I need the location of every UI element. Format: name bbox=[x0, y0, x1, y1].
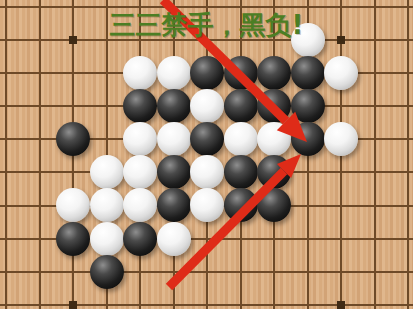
intersection-c12-r3[interactable] bbox=[391, 90, 413, 123]
intersection-c4-r8[interactable] bbox=[123, 255, 157, 288]
intersection-c6-r5[interactable] bbox=[190, 156, 224, 189]
intersection-c7-r9[interactable] bbox=[224, 288, 258, 309]
intersection-c4-r9[interactable] bbox=[123, 288, 157, 309]
black-stone bbox=[224, 89, 258, 123]
intersection-c0-r6[interactable] bbox=[0, 189, 23, 222]
white-stone bbox=[190, 155, 224, 189]
intersection-c12-r5[interactable] bbox=[391, 156, 413, 189]
intersection-c8-r8[interactable] bbox=[257, 255, 291, 288]
white-stone bbox=[123, 188, 157, 222]
intersection-c0-r2[interactable] bbox=[0, 57, 23, 90]
intersection-c10-r1[interactable] bbox=[324, 23, 358, 56]
intersection-c1-r3[interactable] bbox=[23, 90, 57, 123]
intersection-c5-r3[interactable] bbox=[157, 90, 191, 123]
white-stone bbox=[324, 122, 358, 156]
intersection-c5-r7[interactable] bbox=[157, 222, 191, 255]
intersection-c7-r8[interactable] bbox=[224, 255, 258, 288]
intersection-c4-r5[interactable] bbox=[123, 156, 157, 189]
intersection-c10-r9[interactable] bbox=[324, 288, 358, 309]
intersection-c7-r2[interactable] bbox=[224, 57, 258, 90]
forbidden-move-stone bbox=[291, 122, 325, 156]
intersection-c3-r7[interactable] bbox=[90, 222, 124, 255]
intersection-c2-r7[interactable] bbox=[56, 222, 90, 255]
white-stone bbox=[324, 56, 358, 90]
black-stone bbox=[123, 222, 157, 256]
intersection-c2-r0[interactable] bbox=[56, 0, 90, 23]
white-stone bbox=[157, 222, 191, 256]
intersection-c5-r9[interactable] bbox=[157, 288, 191, 309]
intersection-c10-r7[interactable] bbox=[324, 222, 358, 255]
black-stone bbox=[291, 56, 325, 90]
black-stone bbox=[56, 222, 90, 256]
intersection-c0-r0[interactable] bbox=[0, 0, 23, 23]
white-stone bbox=[90, 222, 124, 256]
intersection-c5-r2[interactable] bbox=[157, 57, 191, 90]
intersection-c11-r6[interactable] bbox=[358, 189, 392, 222]
intersection-c10-r5[interactable] bbox=[324, 156, 358, 189]
intersection-c11-r5[interactable] bbox=[358, 156, 392, 189]
intersection-c8-r6[interactable] bbox=[257, 189, 291, 222]
intersection-c3-r3[interactable] bbox=[90, 90, 124, 123]
intersection-c7-r6[interactable] bbox=[224, 189, 258, 222]
intersection-c4-r7[interactable] bbox=[123, 222, 157, 255]
intersection-c0-r7[interactable] bbox=[0, 222, 23, 255]
black-stone bbox=[56, 122, 90, 156]
intersection-c2-r8[interactable] bbox=[56, 255, 90, 288]
intersection-c3-r6[interactable] bbox=[90, 189, 124, 222]
black-stone bbox=[291, 89, 325, 123]
black-stone bbox=[224, 188, 258, 222]
black-stone bbox=[224, 155, 258, 189]
intersection-c0-r4[interactable] bbox=[0, 123, 23, 156]
intersection-c10-r3[interactable] bbox=[324, 90, 358, 123]
intersection-c6-r4[interactable] bbox=[190, 123, 224, 156]
intersection-c11-r9[interactable] bbox=[358, 288, 392, 309]
intersection-c1-r8[interactable] bbox=[23, 255, 57, 288]
black-stone bbox=[257, 89, 291, 123]
intersection-c9-r6[interactable] bbox=[291, 189, 325, 222]
intersection-c5-r6[interactable] bbox=[157, 189, 191, 222]
intersection-c3-r8[interactable] bbox=[90, 255, 124, 288]
intersection-c12-r2[interactable] bbox=[391, 57, 413, 90]
white-stone bbox=[123, 155, 157, 189]
intersection-c6-r7[interactable] bbox=[190, 222, 224, 255]
intersection-c2-r1[interactable] bbox=[56, 23, 90, 56]
intersection-c2-r4[interactable] bbox=[56, 123, 90, 156]
intersection-c0-r5[interactable] bbox=[0, 156, 23, 189]
intersection-c11-r8[interactable] bbox=[358, 255, 392, 288]
intersection-c11-r4[interactable] bbox=[358, 123, 392, 156]
intersection-c4-r6[interactable] bbox=[123, 189, 157, 222]
black-stone bbox=[224, 56, 258, 90]
intersection-c10-r2[interactable] bbox=[324, 57, 358, 90]
gomoku-board: 三三禁手，黑负! bbox=[0, 0, 413, 309]
intersection-c12-r6[interactable] bbox=[391, 189, 413, 222]
intersection-c6-r6[interactable] bbox=[190, 189, 224, 222]
intersection-c0-r9[interactable] bbox=[0, 288, 23, 309]
intersection-c2-r6[interactable] bbox=[56, 189, 90, 222]
intersection-c8-r3[interactable] bbox=[257, 90, 291, 123]
intersection-c1-r6[interactable] bbox=[23, 189, 57, 222]
intersection-c9-r2[interactable] bbox=[291, 57, 325, 90]
intersection-c12-r8[interactable] bbox=[391, 255, 413, 288]
intersection-c11-r0[interactable] bbox=[358, 0, 392, 23]
intersection-c11-r1[interactable] bbox=[358, 23, 392, 56]
caption-text: 三三禁手，黑负! bbox=[110, 8, 304, 43]
intersection-c3-r2[interactable] bbox=[90, 57, 124, 90]
intersection-c4-r3[interactable] bbox=[123, 90, 157, 123]
white-stone bbox=[257, 122, 291, 156]
black-stone bbox=[190, 56, 224, 90]
intersection-c5-r5[interactable] bbox=[157, 156, 191, 189]
white-stone bbox=[224, 122, 258, 156]
intersection-c5-r4[interactable] bbox=[157, 123, 191, 156]
intersection-c1-r5[interactable] bbox=[23, 156, 57, 189]
intersection-c4-r2[interactable] bbox=[123, 57, 157, 90]
white-stone bbox=[123, 122, 157, 156]
intersection-c9-r9[interactable] bbox=[291, 288, 325, 309]
intersection-c2-r5[interactable] bbox=[56, 156, 90, 189]
intersection-c9-r4[interactable] bbox=[291, 123, 325, 156]
white-stone bbox=[90, 155, 124, 189]
intersection-c4-r4[interactable] bbox=[123, 123, 157, 156]
white-stone bbox=[190, 188, 224, 222]
board-intersections bbox=[0, 0, 413, 309]
intersection-c8-r2[interactable] bbox=[257, 57, 291, 90]
intersection-c1-r9[interactable] bbox=[23, 288, 57, 309]
white-stone bbox=[157, 56, 191, 90]
intersection-c9-r5[interactable] bbox=[291, 156, 325, 189]
intersection-c12-r7[interactable] bbox=[391, 222, 413, 255]
white-stone bbox=[123, 56, 157, 90]
intersection-c7-r4[interactable] bbox=[224, 123, 258, 156]
intersection-c7-r7[interactable] bbox=[224, 222, 258, 255]
intersection-c3-r4[interactable] bbox=[90, 123, 124, 156]
intersection-c12-r1[interactable] bbox=[391, 23, 413, 56]
intersection-c10-r4[interactable] bbox=[324, 123, 358, 156]
intersection-c6-r9[interactable] bbox=[190, 288, 224, 309]
intersection-c11-r7[interactable] bbox=[358, 222, 392, 255]
intersection-c6-r3[interactable] bbox=[190, 90, 224, 123]
black-stone bbox=[157, 155, 191, 189]
intersection-c12-r9[interactable] bbox=[391, 288, 413, 309]
intersection-c1-r7[interactable] bbox=[23, 222, 57, 255]
intersection-c7-r3[interactable] bbox=[224, 90, 258, 123]
black-stone bbox=[123, 89, 157, 123]
intersection-c2-r2[interactable] bbox=[56, 57, 90, 90]
intersection-c2-r9[interactable] bbox=[56, 288, 90, 309]
intersection-c0-r1[interactable] bbox=[0, 23, 23, 56]
intersection-c12-r4[interactable] bbox=[391, 123, 413, 156]
intersection-c3-r5[interactable] bbox=[90, 156, 124, 189]
intersection-c8-r4[interactable] bbox=[257, 123, 291, 156]
intersection-c1-r4[interactable] bbox=[23, 123, 57, 156]
black-stone bbox=[157, 188, 191, 222]
intersection-c0-r8[interactable] bbox=[0, 255, 23, 288]
intersection-c9-r8[interactable] bbox=[291, 255, 325, 288]
intersection-c10-r0[interactable] bbox=[324, 0, 358, 23]
black-stone bbox=[90, 255, 124, 289]
intersection-c1-r2[interactable] bbox=[23, 57, 57, 90]
white-stone bbox=[90, 188, 124, 222]
intersection-c9-r7[interactable] bbox=[291, 222, 325, 255]
intersection-c6-r2[interactable] bbox=[190, 57, 224, 90]
intersection-c9-r3[interactable] bbox=[291, 90, 325, 123]
intersection-c2-r3[interactable] bbox=[56, 90, 90, 123]
intersection-c5-r8[interactable] bbox=[157, 255, 191, 288]
white-stone bbox=[190, 89, 224, 123]
intersection-c0-r3[interactable] bbox=[0, 90, 23, 123]
intersection-c8-r5[interactable] bbox=[257, 156, 291, 189]
black-stone bbox=[190, 122, 224, 156]
intersection-c1-r0[interactable] bbox=[23, 0, 57, 23]
intersection-c7-r5[interactable] bbox=[224, 156, 258, 189]
black-stone bbox=[257, 155, 291, 189]
intersection-c8-r9[interactable] bbox=[257, 288, 291, 309]
intersection-c6-r8[interactable] bbox=[190, 255, 224, 288]
intersection-c3-r9[interactable] bbox=[90, 288, 124, 309]
black-stone bbox=[257, 188, 291, 222]
intersection-c10-r8[interactable] bbox=[324, 255, 358, 288]
intersection-c8-r7[interactable] bbox=[257, 222, 291, 255]
intersection-c11-r2[interactable] bbox=[358, 57, 392, 90]
white-stone bbox=[56, 188, 90, 222]
black-stone bbox=[257, 56, 291, 90]
intersection-c12-r0[interactable] bbox=[391, 0, 413, 23]
intersection-c1-r1[interactable] bbox=[23, 23, 57, 56]
intersection-c10-r6[interactable] bbox=[324, 189, 358, 222]
intersection-c11-r3[interactable] bbox=[358, 90, 392, 123]
black-stone bbox=[157, 89, 191, 123]
white-stone bbox=[157, 122, 191, 156]
